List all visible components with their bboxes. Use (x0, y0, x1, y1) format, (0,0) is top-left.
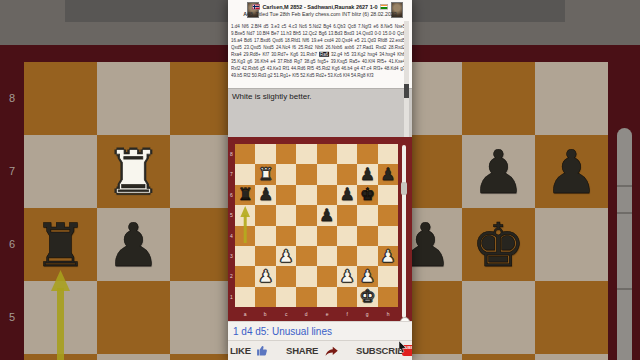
mouse-cursor (398, 341, 408, 353)
square-d5 (296, 205, 316, 225)
square-c8 (276, 144, 296, 164)
square-g8 (462, 62, 535, 135)
square-b6: ♟ (97, 208, 170, 281)
notation-panel[interactable]: 1.d4 Nf6 2.Bf4 d5 3.e3 c5 4.c3 Nc6 5.Nd2… (231, 23, 405, 87)
evaluation-slider-track[interactable] (402, 145, 406, 318)
square-a3 (235, 246, 255, 266)
square-g1: ♚ (357, 287, 377, 307)
chess-app-panel: Carlsen,M 2852 - Sadhwani,Raunak 2627 1-… (228, 0, 412, 360)
black-pawn-f6[interactable]: ♟ (337, 185, 357, 205)
board-squares[interactable]: ♜♟♟♜♟♟♚♟♟♟♟♟♟♚ (235, 144, 398, 307)
square-b5 (255, 205, 275, 225)
like-button[interactable]: LIKE (230, 345, 251, 356)
black-pawn-b6[interactable]: ♟ (97, 208, 170, 281)
square-e6 (317, 185, 337, 205)
square-a2 (235, 266, 255, 286)
square-a7 (235, 164, 255, 184)
white-pawn-b2[interactable]: ♟ (255, 266, 275, 286)
file-label-e: e (322, 312, 332, 318)
black-king-g6[interactable]: ♚ (462, 208, 535, 281)
background-rank-label: 8 (0, 92, 24, 104)
square-h7: ♟ (535, 135, 608, 208)
square-a5 (24, 281, 97, 354)
square-h5 (378, 205, 398, 225)
black-pawn-h7[interactable]: ♟ (378, 164, 398, 184)
rank-label-6: 6 (229, 193, 234, 199)
square-g5 (357, 205, 377, 225)
square-f7 (337, 164, 357, 184)
square-b7: ♜ (97, 135, 170, 208)
square-a4 (24, 354, 97, 360)
square-a1 (235, 287, 255, 307)
square-b1 (255, 287, 275, 307)
white-pawn-g2[interactable]: ♟ (357, 266, 377, 286)
black-king-g6[interactable]: ♚ (357, 185, 377, 205)
square-h8 (378, 144, 398, 164)
square-b7: ♜ (255, 164, 275, 184)
white-rook-b7[interactable]: ♜ (255, 164, 275, 184)
square-b3 (255, 246, 275, 266)
square-h4 (378, 226, 398, 246)
square-e1 (317, 287, 337, 307)
square-d2 (296, 266, 316, 286)
square-c5 (276, 205, 296, 225)
evaluation-slider-thumb[interactable] (401, 182, 407, 195)
square-h3: ♟ (378, 246, 398, 266)
square-a6: ♜ (235, 185, 255, 205)
evaluation-box: White is slightly better. (228, 88, 412, 138)
file-label-g: g (362, 312, 372, 318)
rank-label-1: 1 (229, 294, 234, 300)
square-f2: ♟ (337, 266, 357, 286)
rank-label-4: 4 (229, 233, 234, 239)
square-g3 (357, 246, 377, 266)
evaluation-text: White is slightly better. (228, 89, 412, 101)
background-rank-label: 5 (0, 311, 24, 323)
rank-label-2: 2 (229, 274, 234, 280)
square-f6: ♟ (337, 185, 357, 205)
square-h2 (378, 266, 398, 286)
chess-board[interactable]: ♜♟♟♜♟♟♚♟♟♟♟♟♟♚ 87654321 abcdefgh (228, 137, 412, 321)
white-king-g1[interactable]: ♚ (357, 287, 377, 307)
square-d3 (296, 246, 316, 266)
rank-label-3: 3 (229, 254, 234, 260)
square-c7 (276, 164, 296, 184)
square-h7: ♟ (378, 164, 398, 184)
file-label-f: f (342, 312, 352, 318)
square-d8 (296, 144, 316, 164)
square-h6 (378, 185, 398, 205)
square-g2: ♟ (357, 266, 377, 286)
rank-label-5: 5 (229, 213, 234, 219)
square-g6: ♚ (357, 185, 377, 205)
square-d1 (296, 287, 316, 307)
black-pawn-e5[interactable]: ♟ (317, 205, 337, 225)
square-c2 (276, 266, 296, 286)
black-pawn-b6[interactable]: ♟ (255, 185, 275, 205)
square-e3 (317, 246, 337, 266)
white-rook-b7[interactable]: ♜ (97, 135, 170, 208)
square-e7 (317, 164, 337, 184)
file-label-h: h (383, 312, 393, 318)
black-pawn-g7[interactable]: ♟ (357, 164, 377, 184)
square-c6 (276, 185, 296, 205)
square-h5 (535, 281, 608, 354)
square-c4 (276, 226, 296, 246)
background-rank-label: 7 (0, 165, 24, 177)
file-label-b: b (260, 312, 270, 318)
square-e8 (317, 144, 337, 164)
event-details: Titled Tue 28th Feb Early chess.com INT … (255, 11, 396, 17)
square-a8 (235, 144, 255, 164)
square-b4 (255, 226, 275, 246)
square-g4 (357, 226, 377, 246)
video-caption-bar: 1 d4 d5: Unusual lines (228, 321, 412, 341)
norway-flag-icon (252, 4, 260, 10)
notation-scrollbar-thumb[interactable] (404, 84, 410, 98)
square-h4 (535, 354, 608, 360)
rank-label-8: 8 (229, 152, 234, 158)
square-g7: ♟ (462, 135, 535, 208)
file-label-a: a (240, 312, 250, 318)
square-e4 (317, 226, 337, 246)
square-b5 (97, 281, 170, 354)
white-pawn-c3[interactable]: ♟ (276, 246, 296, 266)
square-c1 (276, 287, 296, 307)
square-d6 (296, 185, 316, 205)
square-a4 (235, 226, 255, 246)
white-pawn-h3[interactable]: ♟ (378, 246, 398, 266)
current-move[interactable]: Ra6 (319, 52, 329, 57)
square-b4 (97, 354, 170, 360)
black-rook-a6[interactable]: ♜ (235, 185, 255, 205)
square-h6 (535, 208, 608, 281)
thumbs-up-icon[interactable] (256, 344, 269, 357)
square-b6: ♟ (255, 185, 275, 205)
square-b2: ♟ (255, 266, 275, 286)
file-label-c: c (281, 312, 291, 318)
background-rank-label: 6 (0, 238, 24, 250)
square-a7 (24, 135, 97, 208)
square-b8 (255, 144, 275, 164)
india-flag-icon (380, 4, 388, 10)
square-a6: ♜ (24, 208, 97, 281)
square-c3: ♟ (276, 246, 296, 266)
background-scrollbar (617, 128, 632, 360)
eco-code: A45 (243, 11, 253, 17)
game-title: Carlsen,M 2852 - Sadhwani,Raunak 2627 1-… (262, 4, 377, 10)
square-h1 (378, 287, 398, 307)
square-e2 (317, 266, 337, 286)
black-rook-a6[interactable]: ♜ (24, 208, 97, 281)
rank-label-7: 7 (229, 172, 234, 178)
square-f8 (337, 144, 357, 164)
square-b8 (97, 62, 170, 135)
black-pawn-g7[interactable]: ♟ (462, 135, 535, 208)
square-g8 (357, 144, 377, 164)
square-g7: ♟ (357, 164, 377, 184)
notation-scrollbar[interactable] (404, 21, 410, 137)
square-g5 (462, 281, 535, 354)
black-pawn-h7[interactable]: ♟ (535, 135, 608, 208)
file-label-d: d (301, 312, 311, 318)
square-f5 (337, 205, 357, 225)
square-f3 (337, 246, 357, 266)
white-pawn-f2[interactable]: ♟ (337, 266, 357, 286)
action-bar: LIKE SHARE SUBSCRIBE SUBSCRIBE (228, 340, 412, 360)
square-g6: ♚ (462, 208, 535, 281)
game-header-text: Carlsen,M 2852 - Sadhwani,Raunak 2627 1-… (228, 0, 412, 18)
square-a8 (24, 62, 97, 135)
game-header: Carlsen,M 2852 - Sadhwani,Raunak 2627 1-… (228, 0, 412, 21)
square-d7 (296, 164, 316, 184)
square-d4 (296, 226, 316, 246)
share-button[interactable]: SHARE (286, 345, 318, 356)
square-h8 (535, 62, 608, 135)
square-f1 (337, 287, 357, 307)
opening-caption: 1 d4 d5: Unusual lines (228, 322, 412, 341)
square-e5: ♟ (317, 205, 337, 225)
video-frame: 8 7 6 5 ♜♟♟♜♟♟♚♟ Carlsen,M 2852 - Sadhwa… (0, 0, 640, 360)
share-arrow-icon[interactable] (324, 344, 339, 357)
square-f4 (337, 226, 357, 246)
square-g4 (462, 354, 535, 360)
square-a5 (235, 205, 255, 225)
